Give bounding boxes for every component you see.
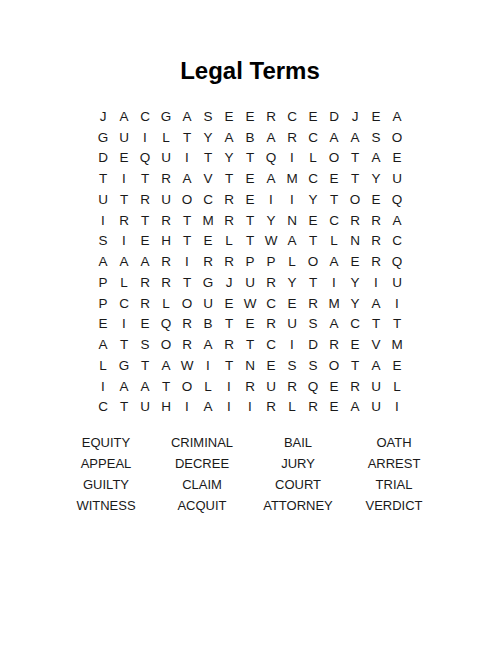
grid-cell[interactable]: T xyxy=(324,189,345,210)
grid-cell[interactable]: E xyxy=(387,148,408,169)
grid-cell[interactable]: A xyxy=(135,251,156,272)
word-list-item: GUILTY xyxy=(58,474,154,495)
grid-cell[interactable]: R xyxy=(261,272,282,293)
grid-cell[interactable]: B xyxy=(198,314,219,335)
grid-cell[interactable]: A xyxy=(366,293,387,314)
word-list-item: WITNESS xyxy=(58,495,154,516)
grid-cell[interactable]: A xyxy=(324,127,345,148)
grid-cell[interactable]: T xyxy=(114,189,135,210)
grid-cell[interactable]: D xyxy=(303,334,324,355)
grid-cell[interactable]: C xyxy=(261,293,282,314)
grid-cell[interactable]: I xyxy=(177,397,198,418)
grid-cell[interactable]: T xyxy=(177,272,198,293)
grid-cell[interactable]: J xyxy=(93,106,114,127)
word-list-item: VERDICT xyxy=(346,495,442,516)
grid-cell[interactable]: O xyxy=(177,293,198,314)
grid-cell[interactable]: E xyxy=(114,148,135,169)
grid-cell[interactable]: O xyxy=(387,127,408,148)
grid-cell[interactable]: L xyxy=(114,272,135,293)
puzzle-title: Legal Terms xyxy=(0,57,500,85)
grid-cell[interactable]: R xyxy=(324,334,345,355)
grid-cell[interactable]: L xyxy=(156,293,177,314)
grid-cell[interactable]: E xyxy=(93,314,114,335)
grid-cell[interactable]: S xyxy=(282,355,303,376)
grid-cell[interactable]: G xyxy=(114,355,135,376)
grid-cell[interactable]: R xyxy=(219,251,240,272)
grid-cell[interactable]: C xyxy=(261,334,282,355)
grid-cell[interactable]: E xyxy=(261,355,282,376)
grid-cell[interactable]: R xyxy=(261,314,282,335)
word-list-column: OATHARRESTTRIALVERDICT xyxy=(346,432,442,516)
grid-cell[interactable]: U xyxy=(156,189,177,210)
word-list-item: DECREE xyxy=(154,453,250,474)
grid-cell[interactable]: T xyxy=(177,127,198,148)
grid-cell[interactable]: I xyxy=(177,251,198,272)
word-list-item: ACQUIT xyxy=(154,495,250,516)
grid-cell[interactable]: C xyxy=(303,127,324,148)
grid-cell[interactable]: N xyxy=(240,355,261,376)
grid-cell[interactable]: I xyxy=(324,272,345,293)
grid-cell[interactable]: E xyxy=(282,293,303,314)
word-list: EQUITYAPPEALGUILTYWITNESSCRIMINALDECREEC… xyxy=(58,432,442,516)
grid-cell[interactable]: O xyxy=(177,189,198,210)
grid-cell[interactable]: A xyxy=(219,127,240,148)
grid-cell[interactable]: R xyxy=(261,106,282,127)
word-list-item: ARREST xyxy=(346,453,442,474)
grid-cell[interactable]: I xyxy=(282,189,303,210)
grid-cell[interactable]: A xyxy=(93,251,114,272)
grid-cell[interactable]: O xyxy=(345,189,366,210)
grid-cell[interactable]: O xyxy=(324,148,345,169)
grid-cell[interactable]: U xyxy=(387,168,408,189)
grid-cell[interactable]: A xyxy=(156,355,177,376)
grid-cell[interactable]: E xyxy=(240,314,261,335)
grid-cell[interactable]: Q xyxy=(135,148,156,169)
grid-cell[interactable]: V xyxy=(366,334,387,355)
grid-cell[interactable]: E xyxy=(345,334,366,355)
grid-cell[interactable]: T xyxy=(135,210,156,231)
grid-cell[interactable]: T xyxy=(177,231,198,252)
grid-cell[interactable]: L xyxy=(282,397,303,418)
grid-cell[interactable]: T xyxy=(345,355,366,376)
grid-cell[interactable]: I xyxy=(261,189,282,210)
grid-cell[interactable]: T xyxy=(366,314,387,335)
word-list-item: OATH xyxy=(346,432,442,453)
grid-cell[interactable]: R xyxy=(114,210,135,231)
grid-cell[interactable]: T xyxy=(240,210,261,231)
grid-cell[interactable]: L xyxy=(219,231,240,252)
grid-cell[interactable]: A xyxy=(93,334,114,355)
grid-cell[interactable]: U xyxy=(240,272,261,293)
grid-cell[interactable]: U xyxy=(135,397,156,418)
grid-cell[interactable]: A xyxy=(366,148,387,169)
grid-cell[interactable]: G xyxy=(156,106,177,127)
grid-cell[interactable]: A xyxy=(177,168,198,189)
grid-cell[interactable]: C xyxy=(282,106,303,127)
grid-cell[interactable]: E xyxy=(219,293,240,314)
grid-cell[interactable]: A xyxy=(177,106,198,127)
grid-cell[interactable]: R xyxy=(345,210,366,231)
grid-cell[interactable]: T xyxy=(93,168,114,189)
grid-cell[interactable]: I xyxy=(282,334,303,355)
grid-cell[interactable]: H xyxy=(156,397,177,418)
grid-cell[interactable]: E xyxy=(240,189,261,210)
grid-cell[interactable]: Q xyxy=(387,251,408,272)
grid-cell[interactable]: W xyxy=(177,355,198,376)
grid-cell[interactable]: D xyxy=(93,148,114,169)
grid-cell[interactable]: C xyxy=(114,293,135,314)
grid-cell[interactable]: R xyxy=(303,293,324,314)
grid-cell[interactable]: E xyxy=(324,376,345,397)
grid-cell[interactable]: I xyxy=(135,127,156,148)
grid-cell[interactable]: A xyxy=(114,251,135,272)
grid-cell[interactable]: T xyxy=(240,334,261,355)
grid-cell[interactable]: I xyxy=(198,355,219,376)
grid-cell[interactable]: T xyxy=(219,314,240,335)
grid-cell[interactable]: R xyxy=(156,168,177,189)
grid-cell[interactable]: Q xyxy=(156,314,177,335)
grid-cell[interactable]: E xyxy=(345,251,366,272)
grid-cell[interactable]: R xyxy=(282,376,303,397)
grid-cell[interactable]: A xyxy=(261,127,282,148)
grid-cell[interactable]: I xyxy=(282,148,303,169)
grid-cell[interactable]: S xyxy=(303,355,324,376)
word-search-page: Legal Terms JACGASEERCEDJEAGUILTYABARCAA… xyxy=(0,0,500,647)
grid-cell[interactable]: D xyxy=(324,106,345,127)
grid-cell[interactable]: C xyxy=(303,168,324,189)
grid-cell[interactable]: U xyxy=(93,189,114,210)
grid-cell[interactable]: I xyxy=(219,397,240,418)
grid-cell[interactable]: E xyxy=(387,355,408,376)
grid-cell[interactable]: L xyxy=(303,148,324,169)
grid-cell[interactable]: R xyxy=(366,251,387,272)
grid-cell[interactable]: C xyxy=(135,106,156,127)
grid-cell[interactable]: G xyxy=(93,127,114,148)
grid-cell[interactable]: T xyxy=(114,334,135,355)
word-list-item: BAIL xyxy=(250,432,346,453)
grid-cell[interactable]: A xyxy=(324,251,345,272)
grid-cell[interactable]: W xyxy=(240,293,261,314)
grid-cell[interactable]: R xyxy=(345,376,366,397)
grid-cell[interactable]: P xyxy=(93,293,114,314)
grid-cell[interactable]: A xyxy=(345,127,366,148)
grid-cell[interactable]: N xyxy=(345,231,366,252)
grid-cell[interactable]: L xyxy=(324,231,345,252)
grid-cell[interactable]: T xyxy=(345,148,366,169)
grid-cell[interactable]: U xyxy=(156,148,177,169)
grid-cell[interactable]: I xyxy=(177,148,198,169)
grid-cell[interactable]: A xyxy=(198,334,219,355)
grid-cell[interactable]: A xyxy=(114,106,135,127)
grid-cell[interactable]: U xyxy=(261,376,282,397)
grid-cell[interactable]: Q xyxy=(303,376,324,397)
grid-cell[interactable]: Y xyxy=(345,272,366,293)
grid-cell[interactable]: A xyxy=(282,231,303,252)
grid-cell[interactable]: E xyxy=(366,106,387,127)
grid-cell[interactable]: S xyxy=(366,127,387,148)
grid-cell[interactable]: H xyxy=(156,231,177,252)
word-list-item: CLAIM xyxy=(154,474,250,495)
grid-cell[interactable]: G xyxy=(198,272,219,293)
word-list-item: CRIMINAL xyxy=(154,432,250,453)
grid-cell[interactable]: I xyxy=(93,210,114,231)
grid-cell[interactable]: C xyxy=(198,189,219,210)
grid-cell[interactable]: R xyxy=(219,210,240,231)
grid-cell[interactable]: Q xyxy=(387,189,408,210)
grid-cell[interactable]: E xyxy=(198,231,219,252)
letter-grid: JACGASEERCEDJEAGUILTYABARCAASODEQUITYTQI… xyxy=(93,106,408,417)
grid-cell[interactable]: R xyxy=(156,272,177,293)
grid-cell[interactable]: E xyxy=(135,231,156,252)
grid-cell[interactable]: R xyxy=(366,210,387,231)
grid-cell[interactable]: L xyxy=(93,355,114,376)
grid-cell[interactable]: E xyxy=(366,189,387,210)
grid-cell[interactable]: N xyxy=(282,210,303,231)
grid-cell[interactable]: J xyxy=(345,106,366,127)
grid-cell[interactable]: E xyxy=(219,106,240,127)
grid-cell[interactable]: U xyxy=(114,127,135,148)
grid-cell[interactable]: L xyxy=(282,251,303,272)
grid-cell[interactable]: T xyxy=(198,148,219,169)
grid-cell[interactable]: Y xyxy=(345,293,366,314)
grid-cell[interactable]: C xyxy=(93,397,114,418)
grid-cell[interactable]: A xyxy=(387,210,408,231)
grid-cell[interactable]: M xyxy=(198,210,219,231)
grid-cell[interactable]: T xyxy=(219,168,240,189)
word-list-column: EQUITYAPPEALGUILTYWITNESS xyxy=(58,432,154,516)
grid-cell[interactable]: U xyxy=(387,272,408,293)
grid-cell[interactable]: S xyxy=(198,106,219,127)
grid-cell[interactable]: P xyxy=(261,251,282,272)
grid-cell[interactable]: Y xyxy=(366,168,387,189)
grid-cell[interactable]: T xyxy=(135,168,156,189)
grid-cell[interactable]: I xyxy=(387,293,408,314)
grid-cell[interactable]: S xyxy=(135,334,156,355)
grid-cell[interactable]: J xyxy=(219,272,240,293)
grid-cell[interactable]: R xyxy=(219,334,240,355)
grid-cell[interactable]: R xyxy=(261,397,282,418)
grid-cell[interactable]: C xyxy=(387,231,408,252)
grid-cell[interactable]: R xyxy=(135,293,156,314)
word-list-column: CRIMINALDECREECLAIMACQUIT xyxy=(154,432,250,516)
grid-cell[interactable]: I xyxy=(366,272,387,293)
grid-cell[interactable]: T xyxy=(303,231,324,252)
grid-cell[interactable]: A xyxy=(198,397,219,418)
grid-cell[interactable]: Q xyxy=(261,148,282,169)
grid-cell[interactable]: T xyxy=(240,231,261,252)
grid-cell[interactable]: R xyxy=(135,189,156,210)
word-list-item: APPEAL xyxy=(58,453,154,474)
word-list-item: EQUITY xyxy=(58,432,154,453)
grid-cell[interactable]: S xyxy=(303,314,324,335)
grid-cell[interactable]: U xyxy=(366,376,387,397)
grid-cell[interactable]: T xyxy=(156,376,177,397)
grid-cell[interactable]: R xyxy=(198,251,219,272)
grid-cell[interactable]: U xyxy=(282,314,303,335)
grid-cell[interactable]: L xyxy=(198,376,219,397)
grid-cell[interactable]: T xyxy=(114,397,135,418)
word-list-item: JURY xyxy=(250,453,346,474)
grid-cell[interactable]: Y xyxy=(261,210,282,231)
grid-cell[interactable]: R xyxy=(135,272,156,293)
grid-cell[interactable]: T xyxy=(303,272,324,293)
grid-cell[interactable]: R xyxy=(366,231,387,252)
grid-cell[interactable]: P xyxy=(93,272,114,293)
grid-cell[interactable]: U xyxy=(198,293,219,314)
grid-cell[interactable]: I xyxy=(114,314,135,335)
grid-cell[interactable]: I xyxy=(114,168,135,189)
grid-cell[interactable]: L xyxy=(387,376,408,397)
grid-cell[interactable]: E xyxy=(240,106,261,127)
word-list-column: BAILJURYCOURTATTORNEY xyxy=(250,432,346,516)
grid-cell[interactable]: A xyxy=(345,397,366,418)
grid-cell[interactable]: Y xyxy=(303,189,324,210)
grid-cell[interactable]: T xyxy=(135,355,156,376)
grid-cell[interactable]: Y xyxy=(282,272,303,293)
grid-cell[interactable]: Y xyxy=(219,148,240,169)
grid-cell[interactable]: V xyxy=(198,168,219,189)
grid-cell[interactable]: A xyxy=(135,376,156,397)
grid-cell[interactable]: O xyxy=(156,334,177,355)
grid-cell[interactable]: W xyxy=(261,231,282,252)
grid-cell[interactable]: R xyxy=(177,314,198,335)
grid-cell[interactable]: T xyxy=(177,210,198,231)
grid-cell[interactable]: L xyxy=(156,127,177,148)
grid-cell[interactable]: R xyxy=(156,251,177,272)
grid-cell[interactable]: C xyxy=(345,314,366,335)
grid-cell[interactable]: A xyxy=(366,355,387,376)
grid-cell[interactable]: P xyxy=(240,251,261,272)
grid-cell[interactable]: E xyxy=(324,168,345,189)
grid-cell[interactable]: R xyxy=(303,397,324,418)
word-list-item: TRIAL xyxy=(346,474,442,495)
grid-cell[interactable]: T xyxy=(387,314,408,335)
grid-cell[interactable]: I xyxy=(114,231,135,252)
grid-cell[interactable]: T xyxy=(219,355,240,376)
grid-cell[interactable]: C xyxy=(324,210,345,231)
grid-cell[interactable]: E xyxy=(240,168,261,189)
grid-cell[interactable]: I xyxy=(219,376,240,397)
grid-cell[interactable]: R xyxy=(240,376,261,397)
grid-cell[interactable]: Y xyxy=(198,127,219,148)
grid-cell[interactable]: A xyxy=(387,106,408,127)
grid-cell[interactable]: A xyxy=(324,314,345,335)
grid-cell[interactable]: O xyxy=(324,355,345,376)
grid-cell[interactable]: T xyxy=(240,148,261,169)
grid-cell[interactable]: U xyxy=(366,397,387,418)
grid-cell[interactable]: E xyxy=(303,210,324,231)
grid-cell[interactable]: R xyxy=(219,189,240,210)
grid-cell[interactable]: R xyxy=(177,334,198,355)
grid-cell[interactable]: R xyxy=(282,127,303,148)
grid-cell[interactable]: M xyxy=(387,334,408,355)
grid-cell[interactable]: M xyxy=(324,293,345,314)
grid-cell[interactable]: B xyxy=(240,127,261,148)
grid-cell[interactable]: T xyxy=(345,168,366,189)
grid-cell[interactable]: M xyxy=(282,168,303,189)
grid-cell[interactable]: I xyxy=(240,397,261,418)
grid-cell[interactable]: E xyxy=(324,397,345,418)
grid-cell[interactable]: I xyxy=(387,397,408,418)
grid-cell[interactable]: E xyxy=(135,314,156,335)
grid-cell[interactable]: O xyxy=(303,251,324,272)
word-list-item: ATTORNEY xyxy=(250,495,346,516)
grid-cell[interactable]: A xyxy=(261,168,282,189)
grid-cell[interactable]: O xyxy=(177,376,198,397)
word-list-item: COURT xyxy=(250,474,346,495)
grid-cell[interactable]: S xyxy=(93,231,114,252)
grid-cell[interactable]: A xyxy=(114,376,135,397)
grid-cell[interactable]: I xyxy=(93,376,114,397)
grid-cell[interactable]: E xyxy=(303,106,324,127)
grid-cell[interactable]: R xyxy=(156,210,177,231)
